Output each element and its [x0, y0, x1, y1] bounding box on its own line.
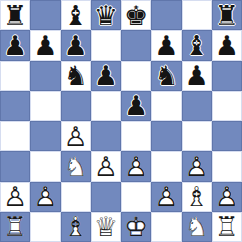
- square-f8[interactable]: [151, 0, 181, 30]
- piece-black-pawn[interactable]: ♟♟: [151, 30, 181, 60]
- piece-white-pawn[interactable]: ♟♙: [0, 182, 30, 212]
- white-king-fill-glyph: ♚: [121, 212, 151, 242]
- piece-white-king[interactable]: ♚♔: [121, 212, 151, 242]
- square-e5[interactable]: ♟♟: [121, 91, 151, 121]
- piece-white-queen[interactable]: ♛♕: [91, 212, 121, 242]
- piece-white-knight[interactable]: ♞♘: [182, 212, 212, 242]
- piece-white-pawn[interactable]: ♟♙: [212, 182, 242, 212]
- black-pawn-fill-glyph: ♟: [0, 30, 30, 60]
- piece-black-queen[interactable]: ♛♛: [91, 0, 121, 30]
- piece-white-pawn[interactable]: ♟♙: [91, 151, 121, 181]
- white-pawn-icon: ♙: [121, 151, 151, 181]
- piece-black-rook[interactable]: ♜♜: [0, 0, 30, 30]
- piece-white-pawn[interactable]: ♟♙: [121, 151, 151, 181]
- white-pawn-fill-glyph: ♟: [91, 151, 121, 181]
- square-d7[interactable]: [91, 30, 121, 60]
- square-c5[interactable]: [61, 91, 91, 121]
- piece-white-pawn[interactable]: ♟♙: [61, 121, 91, 151]
- black-king-fill-glyph: ♚: [121, 0, 151, 30]
- black-pawn-icon: ♟: [0, 30, 30, 60]
- square-h1[interactable]: ♜♖: [212, 212, 242, 242]
- black-pawn-fill-glyph: ♟: [182, 61, 212, 91]
- black-pawn-icon: ♟: [30, 30, 60, 60]
- piece-black-pawn[interactable]: ♟♟: [121, 91, 151, 121]
- square-b4[interactable]: [30, 121, 60, 151]
- square-d6[interactable]: ♟♟: [91, 61, 121, 91]
- square-h7[interactable]: ♟♟: [212, 30, 242, 60]
- chess-board-wrapper: ♜♜♝♝♛♛♚♚♜♜♟♟♟♟♟♟♟♟♝♝♟♟♞♞♟♟♞♞♟♟♟♟♟♙♞♘♟♙♟♙…: [0, 0, 242, 242]
- piece-white-bishop[interactable]: ♝♗: [182, 182, 212, 212]
- square-e7[interactable]: [121, 30, 151, 60]
- white-pawn-fill-glyph: ♟: [212, 182, 242, 212]
- square-d2[interactable]: [91, 182, 121, 212]
- white-pawn-icon: ♙: [61, 121, 91, 151]
- square-f5[interactable]: [151, 91, 181, 121]
- square-d4[interactable]: [91, 121, 121, 151]
- square-h2[interactable]: ♟♙: [212, 182, 242, 212]
- white-pawn-fill-glyph: ♟: [182, 151, 212, 181]
- square-g6[interactable]: ♟♟: [182, 61, 212, 91]
- white-pawn-icon: ♙: [151, 182, 181, 212]
- square-f3[interactable]: [151, 151, 181, 181]
- piece-white-pawn[interactable]: ♟♙: [182, 151, 212, 181]
- piece-black-knight[interactable]: ♞♞: [61, 61, 91, 91]
- square-c7[interactable]: ♟♟: [61, 30, 91, 60]
- square-h4[interactable]: [212, 121, 242, 151]
- white-pawn-icon: ♙: [212, 182, 242, 212]
- square-e3[interactable]: ♟♙: [121, 151, 151, 181]
- white-pawn-fill-glyph: ♟: [61, 121, 91, 151]
- white-king-icon: ♔: [121, 212, 151, 242]
- black-king-icon: ♚: [121, 0, 151, 30]
- square-d1[interactable]: ♛♕: [91, 212, 121, 242]
- black-pawn-fill-glyph: ♟: [30, 30, 60, 60]
- black-pawn-fill-glyph: ♟: [121, 91, 151, 121]
- black-pawn-fill-glyph: ♟: [151, 30, 181, 60]
- square-e2[interactable]: [121, 182, 151, 212]
- square-f1[interactable]: [151, 212, 181, 242]
- square-d5[interactable]: [91, 91, 121, 121]
- black-rook-fill-glyph: ♜: [0, 0, 30, 30]
- square-a4[interactable]: [0, 121, 30, 151]
- piece-black-pawn[interactable]: ♟♟: [91, 61, 121, 91]
- square-b8[interactable]: [30, 0, 60, 30]
- black-queen-fill-glyph: ♛: [91, 0, 121, 30]
- black-pawn-icon: ♟: [212, 30, 242, 60]
- white-pawn-fill-glyph: ♟: [121, 151, 151, 181]
- white-rook-icon: ♖: [0, 212, 30, 242]
- square-g3[interactable]: ♟♙: [182, 151, 212, 181]
- white-rook-icon: ♖: [212, 212, 242, 242]
- white-rook-fill-glyph: ♜: [0, 212, 30, 242]
- white-pawn-fill-glyph: ♟: [151, 182, 181, 212]
- square-a7[interactable]: ♟♟: [0, 30, 30, 60]
- piece-black-pawn[interactable]: ♟♟: [30, 30, 60, 60]
- chess-board: ♜♜♝♝♛♛♚♚♜♜♟♟♟♟♟♟♟♟♝♝♟♟♞♞♟♟♞♞♟♟♟♟♟♙♞♘♟♙♟♙…: [0, 0, 242, 242]
- black-bishop-icon: ♝: [61, 0, 91, 30]
- square-f2[interactable]: ♟♙: [151, 182, 181, 212]
- black-knight-icon: ♞: [61, 61, 91, 91]
- piece-white-bishop[interactable]: ♝♗: [61, 212, 91, 242]
- piece-black-knight[interactable]: ♞♞: [151, 61, 181, 91]
- piece-black-bishop[interactable]: ♝♝: [61, 0, 91, 30]
- white-queen-icon: ♕: [91, 212, 121, 242]
- black-knight-fill-glyph: ♞: [61, 61, 91, 91]
- piece-white-pawn[interactable]: ♟♙: [30, 182, 60, 212]
- square-c3[interactable]: ♞♘: [61, 151, 91, 181]
- square-a2[interactable]: ♟♙: [0, 182, 30, 212]
- square-a5[interactable]: [0, 91, 30, 121]
- white-bishop-fill-glyph: ♝: [182, 182, 212, 212]
- square-h6[interactable]: [212, 61, 242, 91]
- white-knight-fill-glyph: ♞: [182, 212, 212, 242]
- white-knight-icon: ♘: [61, 151, 91, 181]
- square-e6[interactable]: [121, 61, 151, 91]
- black-pawn-icon: ♟: [61, 30, 91, 60]
- black-rook-icon: ♜: [0, 0, 30, 30]
- black-pawn-fill-glyph: ♟: [212, 30, 242, 60]
- piece-black-pawn[interactable]: ♟♟: [212, 30, 242, 60]
- white-pawn-icon: ♙: [91, 151, 121, 181]
- square-c1[interactable]: ♝♗: [61, 212, 91, 242]
- square-b3[interactable]: [30, 151, 60, 181]
- black-bishop-icon: ♝: [182, 30, 212, 60]
- piece-white-pawn[interactable]: ♟♙: [151, 182, 181, 212]
- square-g4[interactable]: [182, 121, 212, 151]
- white-bishop-icon: ♗: [61, 212, 91, 242]
- square-d3[interactable]: ♟♙: [91, 151, 121, 181]
- piece-black-king[interactable]: ♚♚: [121, 0, 151, 30]
- white-bishop-icon: ♗: [182, 182, 212, 212]
- square-e1[interactable]: ♚♔: [121, 212, 151, 242]
- piece-white-knight[interactable]: ♞♘: [61, 151, 91, 181]
- square-b6[interactable]: [30, 61, 60, 91]
- black-pawn-fill-glyph: ♟: [91, 61, 121, 91]
- white-knight-fill-glyph: ♞: [61, 151, 91, 181]
- white-pawn-icon: ♙: [0, 182, 30, 212]
- square-c4[interactable]: ♟♙: [61, 121, 91, 151]
- square-e8[interactable]: ♚♚: [121, 0, 151, 30]
- black-pawn-icon: ♟: [91, 61, 121, 91]
- black-knight-fill-glyph: ♞: [151, 61, 181, 91]
- square-c8[interactable]: ♝♝: [61, 0, 91, 30]
- white-knight-icon: ♘: [182, 212, 212, 242]
- white-pawn-icon: ♙: [182, 151, 212, 181]
- white-queen-fill-glyph: ♛: [91, 212, 121, 242]
- piece-black-bishop[interactable]: ♝♝: [182, 30, 212, 60]
- square-g2[interactable]: ♝♗: [182, 182, 212, 212]
- piece-black-pawn[interactable]: ♟♟: [182, 61, 212, 91]
- square-f7[interactable]: ♟♟: [151, 30, 181, 60]
- black-pawn-icon: ♟: [121, 91, 151, 121]
- square-g1[interactable]: ♞♘: [182, 212, 212, 242]
- piece-white-rook[interactable]: ♜♖: [0, 212, 30, 242]
- square-b1[interactable]: [30, 212, 60, 242]
- piece-black-pawn[interactable]: ♟♟: [61, 30, 91, 60]
- square-a6[interactable]: [0, 61, 30, 91]
- black-bishop-fill-glyph: ♝: [182, 30, 212, 60]
- white-rook-fill-glyph: ♜: [212, 212, 242, 242]
- white-pawn-fill-glyph: ♟: [0, 182, 30, 212]
- square-a8[interactable]: ♜♜: [0, 0, 30, 30]
- piece-black-pawn[interactable]: ♟♟: [0, 30, 30, 60]
- square-f4[interactable]: [151, 121, 181, 151]
- black-pawn-icon: ♟: [182, 61, 212, 91]
- black-rook-icon: ♜: [212, 0, 242, 30]
- square-g7[interactable]: ♝♝: [182, 30, 212, 60]
- black-rook-fill-glyph: ♜: [212, 0, 242, 30]
- piece-black-rook[interactable]: ♜♜: [212, 0, 242, 30]
- white-bishop-fill-glyph: ♝: [61, 212, 91, 242]
- square-d8[interactable]: ♛♛: [91, 0, 121, 30]
- square-e4[interactable]: [121, 121, 151, 151]
- square-f6[interactable]: ♞♞: [151, 61, 181, 91]
- square-h8[interactable]: ♜♜: [212, 0, 242, 30]
- square-b2[interactable]: ♟♙: [30, 182, 60, 212]
- black-pawn-fill-glyph: ♟: [61, 30, 91, 60]
- square-h3[interactable]: [212, 151, 242, 181]
- black-queen-icon: ♛: [91, 0, 121, 30]
- piece-white-rook[interactable]: ♜♖: [212, 212, 242, 242]
- square-h5[interactable]: [212, 91, 242, 121]
- square-c6[interactable]: ♞♞: [61, 61, 91, 91]
- square-g5[interactable]: [182, 91, 212, 121]
- square-b5[interactable]: [30, 91, 60, 121]
- square-b7[interactable]: ♟♟: [30, 30, 60, 60]
- black-pawn-icon: ♟: [151, 30, 181, 60]
- black-bishop-fill-glyph: ♝: [61, 0, 91, 30]
- square-a3[interactable]: [0, 151, 30, 181]
- square-c2[interactable]: [61, 182, 91, 212]
- black-knight-icon: ♞: [151, 61, 181, 91]
- square-a1[interactable]: ♜♖: [0, 212, 30, 242]
- square-g8[interactable]: [182, 0, 212, 30]
- white-pawn-icon: ♙: [30, 182, 60, 212]
- white-pawn-fill-glyph: ♟: [30, 182, 60, 212]
